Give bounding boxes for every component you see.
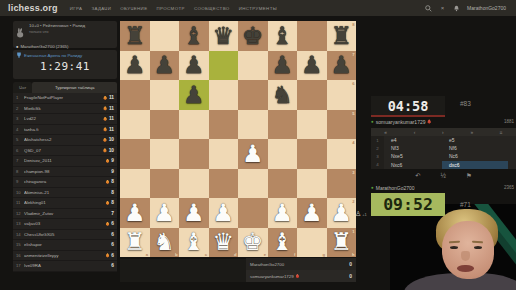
game-action-bar: ↶½⚑ xyxy=(371,170,516,181)
under-board-bar xyxy=(120,259,246,282)
bottom-player-clock: 09:52 xyxy=(371,193,445,216)
black-queen-d8[interactable]: ♛ xyxy=(212,24,234,48)
crosstable: MarathonGo27000somuaryankumar17290 xyxy=(246,258,356,282)
square-b8[interactable] xyxy=(150,21,180,51)
black-king-e8[interactable]: ♚ xyxy=(242,24,264,48)
move-white[interactable]: Nxc6 xyxy=(384,162,442,168)
white-pawn-c2[interactable]: ♟ xyxy=(183,201,205,225)
square-f7[interactable]: ♟ xyxy=(268,51,298,81)
standings-row[interactable]: 10Akiminius-218 xyxy=(13,188,117,199)
move-row: 3Nxe5Nc6 xyxy=(371,152,516,160)
webcam-video xyxy=(390,204,516,290)
fire-streak-icon xyxy=(106,159,110,164)
move-white[interactable]: Nxe5 xyxy=(384,153,442,159)
square-h6[interactable]: 6 xyxy=(327,80,357,110)
square-a5[interactable] xyxy=(120,110,150,140)
move-black[interactable]: Nc6 xyxy=(442,153,500,159)
fire-streak-icon xyxy=(103,148,107,153)
square-d4[interactable] xyxy=(209,139,239,169)
square-a1[interactable]: ♜a xyxy=(120,228,150,258)
square-h2[interactable]: ♟2 xyxy=(327,198,357,228)
pawn-icon: ♙ xyxy=(355,210,361,218)
white-player-line[interactable]: ● MarathonGo2700 (2365) xyxy=(16,44,114,49)
square-g7[interactable]: ♟ xyxy=(297,51,327,81)
square-g6[interactable] xyxy=(297,80,327,110)
top-player-clock: 04:58 xyxy=(371,96,445,115)
top-player-name: somuaryankumar1729 xyxy=(376,119,426,125)
square-h3[interactable]: 3 xyxy=(327,169,357,199)
material-advantage: ♙ +1 xyxy=(355,210,367,218)
square-b4[interactable] xyxy=(150,139,180,169)
prev-move-icon[interactable]: ‹ xyxy=(414,130,416,135)
square-d5[interactable] xyxy=(209,110,239,140)
square-a7[interactable]: ♟ xyxy=(120,51,150,81)
fire-streak-icon xyxy=(106,201,110,206)
resign-button[interactable]: ⚑ xyxy=(466,172,472,180)
square-b3[interactable] xyxy=(150,169,180,199)
sidebar-tabs: ЧатТурнирная таблица xyxy=(13,82,117,93)
fire-streak-icon xyxy=(103,138,107,143)
move-black[interactable]: dxc6 xyxy=(442,161,508,169)
standings-row[interactable]: 8champion-989 xyxy=(13,167,117,178)
top-nav-bar: lichess.org ИГРАЗАДАЧИОБУЧЕНИЕПРОСМОТРСО… xyxy=(0,0,516,16)
square-g4[interactable] xyxy=(297,139,327,169)
move-black[interactable]: Nf6 xyxy=(442,145,500,151)
square-d6[interactable] xyxy=(209,80,239,110)
white-rook-a1[interactable]: ♜ xyxy=(124,230,146,254)
top-player-rating: 1881 xyxy=(504,119,516,124)
standings-row[interactable]: 11Alekhing018 xyxy=(13,198,117,209)
square-b2[interactable]: ♟ xyxy=(150,198,180,228)
tournament-countdown: 1:29:41 xyxy=(16,60,114,73)
square-c2[interactable]: ♟ xyxy=(179,198,209,228)
square-e3[interactable] xyxy=(238,169,268,199)
square-g5[interactable] xyxy=(297,110,327,140)
chess-board: ♜♝♛♚♝♜8♟♟♟♟♟♟7♟♞65♟43♟♟♟♟♟♟♟2♜a♞b♝c♛d♚e♝… xyxy=(120,21,356,257)
square-g2[interactable]: ♟ xyxy=(297,198,327,228)
notifications-icon[interactable] xyxy=(453,5,460,12)
square-b6[interactable] xyxy=(150,80,180,110)
move-white[interactable]: Nf3 xyxy=(384,145,442,151)
square-c5[interactable] xyxy=(179,110,209,140)
fire-streak-icon xyxy=(103,106,107,111)
square-h7[interactable]: ♟7 xyxy=(327,51,357,81)
square-f8[interactable]: ♝ xyxy=(268,21,298,51)
standings-row[interactable]: 15elishapor6 xyxy=(13,240,117,251)
online-dot-icon: ● xyxy=(371,119,374,124)
square-a4[interactable] xyxy=(120,139,150,169)
square-e8[interactable]: ♚ xyxy=(238,21,268,51)
square-a2[interactable]: ♟ xyxy=(120,198,150,228)
square-d8[interactable]: ♛ xyxy=(209,21,239,51)
square-e7[interactable] xyxy=(238,51,268,81)
white-pawn-d2[interactable]: ♟ xyxy=(212,201,234,225)
square-g3[interactable] xyxy=(297,169,327,199)
square-a8[interactable]: ♜ xyxy=(120,21,150,51)
challenge-icon[interactable]: × xyxy=(439,5,446,12)
black-pawn-c7[interactable]: ♟ xyxy=(183,53,205,77)
square-d3[interactable] xyxy=(209,169,239,199)
square-g8[interactable] xyxy=(297,21,327,51)
standings-row[interactable]: 16anmenitzizelleyyy6 xyxy=(13,251,117,262)
move-white[interactable]: e4 xyxy=(384,137,442,143)
black-pawn-g7[interactable]: ♟ xyxy=(301,53,323,77)
white-pawn-e4[interactable]: ♟ xyxy=(242,142,264,166)
fire-streak-icon xyxy=(106,253,110,258)
white-pawn-b2[interactable]: ♟ xyxy=(153,201,175,225)
standings-row[interactable]: 6QSD_0710 xyxy=(13,146,117,157)
standings-row[interactable]: 4tanha.fi11 xyxy=(13,125,117,136)
white-dot-icon: ● xyxy=(16,44,18,49)
top-player-tournament-rank: #83 xyxy=(460,100,471,107)
square-f5[interactable] xyxy=(268,110,298,140)
square-c8[interactable]: ♝ xyxy=(179,21,209,51)
black-pawn-c6[interactable]: ♟ xyxy=(183,83,205,107)
search-icon[interactable] xyxy=(425,5,432,12)
standings-row[interactable]: 13valjav036 xyxy=(13,219,117,230)
tab-Чат[interactable]: Чат xyxy=(13,82,32,93)
black-bishop-c8[interactable]: ♝ xyxy=(183,24,205,48)
fire-streak-icon xyxy=(103,96,107,101)
rabbit-icon xyxy=(16,23,26,42)
standings-row[interactable]: 9chiragarora8 xyxy=(13,177,117,188)
nav-item-0[interactable]: ИГРА xyxy=(70,6,83,11)
standings-row[interactable]: 3Lvd2211 xyxy=(13,114,117,125)
takeback-button[interactable]: ↶ xyxy=(415,172,420,180)
move-row: 1e4e5 xyxy=(371,136,516,144)
standings-row[interactable]: 17Ive09RA6 xyxy=(13,261,117,272)
first-move-icon[interactable]: « xyxy=(384,130,387,135)
white-pawn-h2[interactable]: ♟ xyxy=(330,201,352,225)
square-d1[interactable]: ♛d xyxy=(209,228,239,258)
square-b7[interactable]: ♟ xyxy=(150,51,180,81)
tournament-panel: Ежечасная Арена по Рапиду 1:29:41 xyxy=(13,50,117,79)
square-e4[interactable]: ♟ xyxy=(238,139,268,169)
white-pawn-f2[interactable]: ♟ xyxy=(271,201,293,225)
standings-row[interactable]: 7Denisov_20119 xyxy=(13,156,117,167)
square-a6[interactable] xyxy=(120,80,150,110)
tournament-link[interactable]: Ежечасная Арена по Рапиду xyxy=(16,52,114,58)
standings-row[interactable]: 14ChessUfoGX056 xyxy=(13,230,117,241)
next-move-icon[interactable]: › xyxy=(442,130,444,135)
standings-row[interactable]: 1FragileNotFatPlayer11 xyxy=(13,93,117,104)
square-b5[interactable] xyxy=(150,110,180,140)
white-king-e1[interactable]: ♚ xyxy=(242,230,264,254)
bottom-player-row[interactable]: ● MarathonGo2700 2365 xyxy=(371,183,516,192)
square-c4[interactable] xyxy=(179,139,209,169)
tab-Турнирная таблица[interactable]: Турнирная таблица xyxy=(32,82,117,93)
fire-streak-icon xyxy=(106,222,110,227)
black-pawn-h7[interactable]: ♟ xyxy=(330,53,352,77)
crosstable-row[interactable]: somuaryankumar17290 xyxy=(246,270,356,282)
white-pawn-g2[interactable]: ♟ xyxy=(301,201,323,225)
move-row: 4Nxc6dxc6 xyxy=(371,161,516,169)
standings-row[interactable]: 2MietkiSk11 xyxy=(13,104,117,115)
bottom-player-name: MarathonGo2700 xyxy=(376,185,415,191)
bottom-player-rating: 2365 xyxy=(504,185,516,190)
black-pawn-f7[interactable]: ♟ xyxy=(271,53,293,77)
nav-item-2[interactable]: ОБУЧЕНИЕ xyxy=(120,6,147,11)
square-e1[interactable]: ♚e xyxy=(238,228,268,258)
top-player-row[interactable]: ● somuaryankumar1729 1881 xyxy=(371,117,516,126)
lichess-logo[interactable]: lichess.org xyxy=(8,3,58,13)
white-pawn-a2[interactable]: ♟ xyxy=(124,201,146,225)
standings-row[interactable]: 12Vladimir_Zutov7 xyxy=(13,209,117,220)
menu-icon[interactable]: ≡ xyxy=(500,130,503,135)
game-time-ago: только что xyxy=(29,29,85,34)
black-knight-f6[interactable]: ♞ xyxy=(271,83,293,107)
black-bishop-f8[interactable]: ♝ xyxy=(271,24,293,48)
black-pawn-b7[interactable]: ♟ xyxy=(153,53,175,77)
square-g1[interactable]: g xyxy=(297,228,327,258)
move-black[interactable]: e5 xyxy=(442,137,500,143)
game-setup: 10+0 • Рейтинговая • Рапид xyxy=(29,23,85,28)
nav-item-1[interactable]: ЗАДАЧИ xyxy=(91,6,111,11)
square-h4[interactable]: 4 xyxy=(327,139,357,169)
square-h8[interactable]: ♜8 xyxy=(327,21,357,51)
crosstable-row[interactable]: MarathonGo27000 xyxy=(246,258,356,270)
black-pawn-a7[interactable]: ♟ xyxy=(124,53,146,77)
draw-button[interactable]: ½ xyxy=(441,172,446,179)
white-knight-b1[interactable]: ♞ xyxy=(153,230,175,254)
lichess-page: lichess.org ИГРАЗАДАЧИОБУЧЕНИЕПРОСМОТРСО… xyxy=(0,0,516,290)
square-e2[interactable] xyxy=(238,198,268,228)
tournament-standings: 1FragileNotFatPlayer112MietkiSk113Lvd221… xyxy=(13,93,117,272)
white-bishop-f1[interactable]: ♝ xyxy=(271,230,293,254)
white-queen-d1[interactable]: ♛ xyxy=(212,230,234,254)
black-rook-a8[interactable]: ♜ xyxy=(124,24,146,48)
square-a3[interactable] xyxy=(120,169,150,199)
square-c1[interactable]: ♝c xyxy=(179,228,209,258)
bottom-player-tournament-rank: #71 xyxy=(460,201,471,208)
move-list: 1e4e52Nf3Nf63Nxe5Nc64Nxc6dxc6 xyxy=(371,136,516,169)
black-rook-h8[interactable]: ♜ xyxy=(330,24,352,48)
square-f6[interactable]: ♞ xyxy=(268,80,298,110)
square-c6[interactable]: ♟ xyxy=(179,80,209,110)
nav-item-4[interactable]: СООБЩЕСТВО xyxy=(194,6,230,11)
white-rook-h1[interactable]: ♜ xyxy=(330,230,352,254)
square-e6[interactable] xyxy=(238,80,268,110)
white-bishop-c1[interactable]: ♝ xyxy=(183,230,205,254)
square-b1[interactable]: ♞b xyxy=(150,228,180,258)
fire-streak-icon xyxy=(106,180,110,185)
standings-row[interactable]: 5Akshatchess210 xyxy=(13,135,117,146)
square-f4[interactable] xyxy=(268,139,298,169)
fire-streak-icon xyxy=(103,127,107,132)
nav-item-5[interactable]: ИНСТРУМЕНТЫ xyxy=(239,6,277,11)
move-nav-bar: «‹›»≡ xyxy=(371,128,516,136)
trophy-icon xyxy=(16,52,22,58)
streak-flame-icon xyxy=(427,119,431,124)
square-c3[interactable] xyxy=(179,169,209,199)
square-h1[interactable]: ♜1h xyxy=(327,228,357,258)
square-f3[interactable] xyxy=(268,169,298,199)
square-c7[interactable]: ♟ xyxy=(179,51,209,81)
fire-streak-icon xyxy=(103,117,107,122)
square-d7[interactable] xyxy=(209,51,239,81)
square-h5[interactable]: 5 xyxy=(327,110,357,140)
header-username[interactable]: MarathonGo2700 xyxy=(467,5,506,11)
square-d2[interactable]: ♟ xyxy=(209,198,239,228)
online-dot-icon: ● xyxy=(371,185,374,190)
last-move-icon[interactable]: » xyxy=(470,130,473,135)
square-f1[interactable]: ♝f xyxy=(268,228,298,258)
square-f2[interactable]: ♟ xyxy=(268,198,298,228)
nav-item-3[interactable]: ПРОСМОТР xyxy=(157,6,185,11)
move-row: 2Nf3Nf6 xyxy=(371,144,516,152)
game-info-panel: 10+0 • Рейтинговая • Рапид только что ● … xyxy=(13,21,117,48)
square-e5[interactable] xyxy=(238,110,268,140)
fire-streak-icon xyxy=(296,274,300,279)
main-nav: ИГРАЗАДАЧИОБУЧЕНИЕПРОСМОТРСООБЩЕСТВОИНСТ… xyxy=(70,6,277,11)
